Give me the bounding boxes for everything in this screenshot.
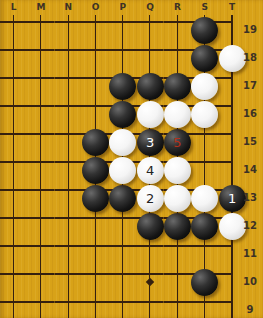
intersection-O10[interactable] xyxy=(82,260,109,288)
black-stone-R12 xyxy=(164,213,191,240)
intersection-M13[interactable] xyxy=(27,176,54,204)
black-stone-S19 xyxy=(191,17,218,44)
black-stone-P17 xyxy=(109,73,136,100)
intersection-Q18[interactable] xyxy=(136,36,163,64)
black-stone-S18 xyxy=(191,45,218,72)
row-label-19: 19 xyxy=(237,23,263,37)
col-label-M: M xyxy=(27,0,54,14)
black-stone-S12 xyxy=(191,213,218,240)
white-stone-R13 xyxy=(164,185,191,212)
black-stone-Q15: 3 xyxy=(137,129,164,156)
move-number-2: 2 xyxy=(146,192,154,205)
intersection-Q9[interactable] xyxy=(136,288,163,316)
col-label-R: R xyxy=(164,0,191,14)
white-stone-P14 xyxy=(109,157,136,184)
col-label-N: N xyxy=(55,0,82,14)
intersection-L16[interactable] xyxy=(0,92,27,120)
intersection-L17[interactable] xyxy=(0,64,27,92)
white-stone-S16 xyxy=(191,101,218,128)
intersection-P18[interactable] xyxy=(109,36,136,64)
white-stone-S13 xyxy=(191,185,218,212)
intersection-M12[interactable] xyxy=(27,204,54,232)
col-label-P: P xyxy=(109,0,136,14)
intersection-M9[interactable] xyxy=(27,288,54,316)
intersection-L13[interactable] xyxy=(0,176,27,204)
row-label-17: 17 xyxy=(237,79,263,93)
row-label-15: 15 xyxy=(237,135,263,149)
intersection-O16[interactable] xyxy=(82,92,109,120)
black-stone-Q12 xyxy=(137,213,164,240)
white-stone-Q13: 2 xyxy=(137,185,164,212)
intersection-N12[interactable] xyxy=(55,204,82,232)
move-number-1: 1 xyxy=(228,192,236,205)
intersection-L10[interactable] xyxy=(0,260,27,288)
intersection-P9[interactable] xyxy=(109,288,136,316)
white-stone-R14 xyxy=(164,157,191,184)
intersection-O9[interactable] xyxy=(82,288,109,316)
intersection-M11[interactable] xyxy=(27,232,54,260)
move-number-3: 3 xyxy=(146,136,154,149)
intersection-O11[interactable] xyxy=(82,232,109,260)
black-stone-S10 xyxy=(191,269,218,296)
white-stone-S17 xyxy=(191,73,218,100)
intersection-M15[interactable] xyxy=(27,120,54,148)
black-stone-O13 xyxy=(82,185,109,212)
row-label-14: 14 xyxy=(237,163,263,177)
intersection-M14[interactable] xyxy=(27,148,54,176)
intersection-N10[interactable] xyxy=(55,260,82,288)
white-stone-P15 xyxy=(109,129,136,156)
intersection-L12[interactable] xyxy=(0,204,27,232)
intersection-L9[interactable] xyxy=(0,288,27,316)
intersection-L18[interactable] xyxy=(0,36,27,64)
black-stone-R15: 5 xyxy=(164,129,191,156)
intersection-M10[interactable] xyxy=(27,260,54,288)
intersection-N14[interactable] xyxy=(55,148,82,176)
intersection-L15[interactable] xyxy=(0,120,27,148)
black-stone-R17 xyxy=(164,73,191,100)
intersection-S14[interactable] xyxy=(191,148,218,176)
col-label-T: T xyxy=(218,0,245,14)
intersection-N13[interactable] xyxy=(55,176,82,204)
intersection-O17[interactable] xyxy=(82,64,109,92)
intersection-L11[interactable] xyxy=(0,232,27,260)
intersection-R18[interactable] xyxy=(164,36,191,64)
black-stone-Q17 xyxy=(137,73,164,100)
intersection-M17[interactable] xyxy=(27,64,54,92)
intersection-O18[interactable] xyxy=(82,36,109,64)
intersection-R10[interactable] xyxy=(164,260,191,288)
white-stone-R16 xyxy=(164,101,191,128)
intersection-M18[interactable] xyxy=(27,36,54,64)
move-number-5: 5 xyxy=(173,136,181,149)
intersection-N18[interactable] xyxy=(55,36,82,64)
col-label-L: L xyxy=(0,0,27,14)
intersection-N15[interactable] xyxy=(55,120,82,148)
white-stone-Q14: 4 xyxy=(137,157,164,184)
intersection-P10[interactable] xyxy=(109,260,136,288)
intersection-R9[interactable] xyxy=(164,288,191,316)
row-label-9: 9 xyxy=(237,303,263,317)
black-stone-O15 xyxy=(82,129,109,156)
row-label-10: 10 xyxy=(237,275,263,289)
row-label-11: 11 xyxy=(237,247,263,261)
row-label-13: 13 xyxy=(237,191,263,205)
col-label-Q: Q xyxy=(137,0,164,14)
col-label-O: O xyxy=(82,0,109,14)
intersection-M16[interactable] xyxy=(27,92,54,120)
move-number-4: 4 xyxy=(146,164,154,177)
black-stone-P13 xyxy=(109,185,136,212)
go-board: LMNOPQRST 191817161514131211109 35142 xyxy=(0,0,263,318)
intersection-L14[interactable] xyxy=(0,148,27,176)
row-label-16: 16 xyxy=(237,107,263,121)
intersection-N11[interactable] xyxy=(55,232,82,260)
intersection-N16[interactable] xyxy=(55,92,82,120)
intersection-P11[interactable] xyxy=(109,232,136,260)
white-stone-Q16 xyxy=(137,101,164,128)
intersection-N9[interactable] xyxy=(55,288,82,316)
black-stone-O14 xyxy=(82,157,109,184)
col-label-S: S xyxy=(191,0,218,14)
row-label-12: 12 xyxy=(237,219,263,233)
row-label-18: 18 xyxy=(237,51,263,65)
intersection-N17[interactable] xyxy=(55,64,82,92)
black-stone-P16 xyxy=(109,101,136,128)
